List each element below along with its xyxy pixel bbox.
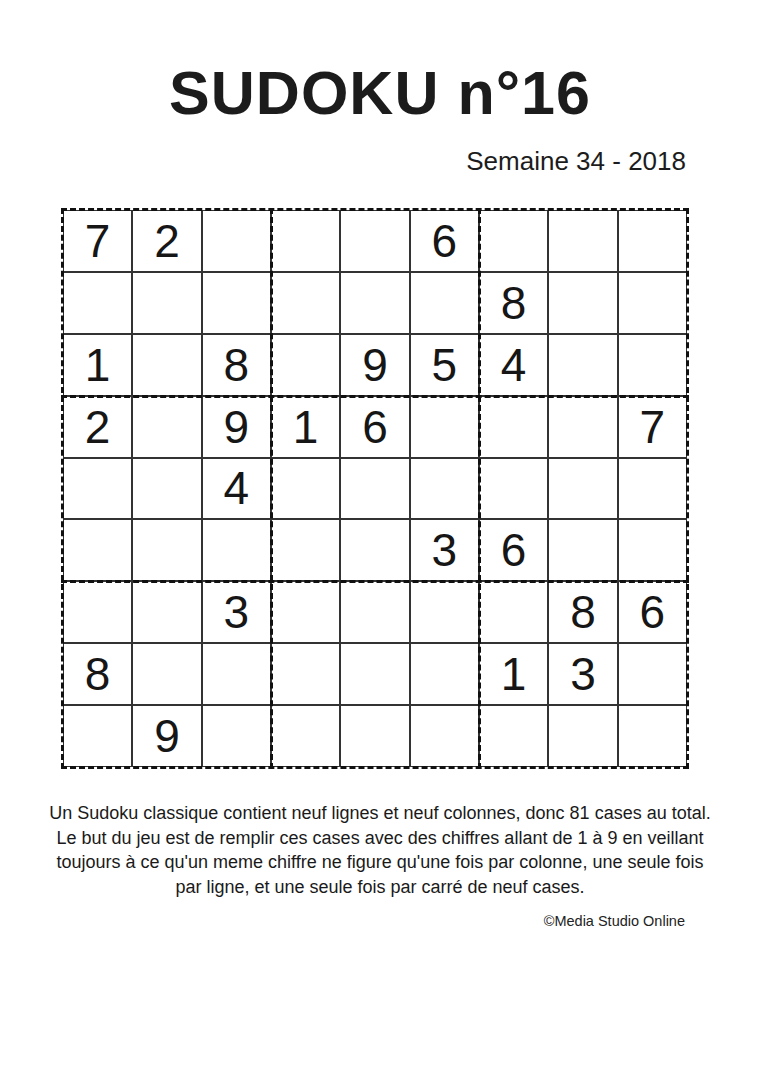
sudoku-cell[interactable] xyxy=(202,272,271,334)
sudoku-cell[interactable] xyxy=(132,519,201,581)
sudoku-cell[interactable] xyxy=(202,210,271,272)
sudoku-cell[interactable]: 6 xyxy=(410,210,479,272)
sudoku-cell[interactable] xyxy=(202,705,271,767)
sudoku-cell[interactable]: 2 xyxy=(63,396,132,458)
sudoku-cell[interactable] xyxy=(271,458,340,520)
sudoku-cell[interactable] xyxy=(132,272,201,334)
sudoku-cell[interactable] xyxy=(618,458,687,520)
sudoku-cell[interactable] xyxy=(618,643,687,705)
sudoku-cell[interactable] xyxy=(548,210,617,272)
sudoku-cell[interactable] xyxy=(271,272,340,334)
sudoku-cell[interactable] xyxy=(410,272,479,334)
sudoku-cell[interactable] xyxy=(132,643,201,705)
sudoku-cell[interactable] xyxy=(63,519,132,581)
rules-line: Un Sudoku classique contient neuf lignes… xyxy=(0,801,760,826)
sudoku-cell[interactable]: 3 xyxy=(202,581,271,643)
sudoku-cell[interactable]: 6 xyxy=(340,396,409,458)
sudoku-cell[interactable] xyxy=(132,396,201,458)
sudoku-cell[interactable] xyxy=(63,458,132,520)
sudoku-cell[interactable] xyxy=(410,643,479,705)
sudoku-cell[interactable] xyxy=(479,458,548,520)
rules-line: par ligne, et une seule fois par carré d… xyxy=(0,875,760,900)
sudoku-cell[interactable] xyxy=(548,705,617,767)
sudoku-cell[interactable] xyxy=(479,705,548,767)
sudoku-cell[interactable] xyxy=(548,334,617,396)
sudoku-cell[interactable] xyxy=(548,396,617,458)
sudoku-cell[interactable]: 9 xyxy=(340,334,409,396)
sudoku-cell[interactable]: 8 xyxy=(63,643,132,705)
sudoku-cell[interactable] xyxy=(271,334,340,396)
sudoku-cell[interactable]: 4 xyxy=(479,334,548,396)
week-subtitle: Semaine 34 - 2018 xyxy=(466,146,686,177)
sudoku-cell[interactable] xyxy=(340,458,409,520)
sudoku-cell[interactable]: 4 xyxy=(202,458,271,520)
sudoku-cell[interactable] xyxy=(271,210,340,272)
sudoku-cell[interactable] xyxy=(63,705,132,767)
sudoku-cell[interactable]: 1 xyxy=(63,334,132,396)
sudoku-cell[interactable] xyxy=(271,519,340,581)
rules-line: Le but du jeu est de remplir ces cases a… xyxy=(0,826,760,851)
sudoku-cell[interactable]: 6 xyxy=(479,519,548,581)
sudoku-cell[interactable]: 5 xyxy=(410,334,479,396)
copyright-notice: ©Media Studio Online xyxy=(544,913,685,929)
sudoku-cell[interactable] xyxy=(63,581,132,643)
sudoku-cell[interactable] xyxy=(271,705,340,767)
sudoku-cell[interactable] xyxy=(202,519,271,581)
sudoku-grid: 726818954291674363868139 xyxy=(63,210,687,767)
sudoku-cell[interactable] xyxy=(132,458,201,520)
sudoku-cell[interactable] xyxy=(340,210,409,272)
sudoku-cell[interactable] xyxy=(548,519,617,581)
sudoku-cell[interactable] xyxy=(548,272,617,334)
sudoku-cell[interactable] xyxy=(271,581,340,643)
sudoku-cell[interactable]: 8 xyxy=(479,272,548,334)
sudoku-cell[interactable]: 7 xyxy=(618,396,687,458)
sudoku-cell[interactable]: 9 xyxy=(132,705,201,767)
sudoku-cell[interactable] xyxy=(618,519,687,581)
sudoku-cell[interactable] xyxy=(271,643,340,705)
sudoku-cell[interactable] xyxy=(479,396,548,458)
sudoku-cell[interactable] xyxy=(479,210,548,272)
sudoku-cell[interactable] xyxy=(340,519,409,581)
sudoku-cell[interactable] xyxy=(410,581,479,643)
sudoku-cell[interactable]: 1 xyxy=(271,396,340,458)
sudoku-cell[interactable]: 8 xyxy=(202,334,271,396)
sudoku-cell[interactable]: 9 xyxy=(202,396,271,458)
sudoku-cell[interactable] xyxy=(618,210,687,272)
sudoku-cell[interactable] xyxy=(548,458,617,520)
rules-description: Un Sudoku classique contient neuf lignes… xyxy=(0,801,760,899)
sudoku-page: SUDOKU n°16 Semaine 34 - 2018 7268189542… xyxy=(0,0,760,1074)
page-title: SUDOKU n°16 xyxy=(0,58,760,128)
sudoku-cell[interactable] xyxy=(340,581,409,643)
sudoku-cell[interactable] xyxy=(410,705,479,767)
sudoku-board: 726818954291674363868139 xyxy=(63,210,687,767)
sudoku-cell[interactable] xyxy=(202,643,271,705)
sudoku-cell[interactable] xyxy=(132,581,201,643)
sudoku-cell[interactable] xyxy=(479,581,548,643)
sudoku-cell[interactable] xyxy=(618,334,687,396)
sudoku-cell[interactable] xyxy=(618,272,687,334)
sudoku-cell[interactable]: 8 xyxy=(548,581,617,643)
sudoku-cell[interactable] xyxy=(410,396,479,458)
sudoku-cell[interactable]: 3 xyxy=(548,643,617,705)
sudoku-cell[interactable] xyxy=(340,272,409,334)
sudoku-cell[interactable]: 2 xyxy=(132,210,201,272)
sudoku-cell[interactable] xyxy=(340,643,409,705)
sudoku-cell[interactable] xyxy=(410,458,479,520)
sudoku-cell[interactable] xyxy=(132,334,201,396)
rules-line: toujours à ce qu'un meme chiffre ne figu… xyxy=(0,850,760,875)
sudoku-cell[interactable] xyxy=(340,705,409,767)
sudoku-cell[interactable] xyxy=(63,272,132,334)
sudoku-cell[interactable]: 6 xyxy=(618,581,687,643)
sudoku-cell[interactable]: 3 xyxy=(410,519,479,581)
sudoku-cell[interactable]: 7 xyxy=(63,210,132,272)
sudoku-cell[interactable] xyxy=(618,705,687,767)
sudoku-cell[interactable]: 1 xyxy=(479,643,548,705)
